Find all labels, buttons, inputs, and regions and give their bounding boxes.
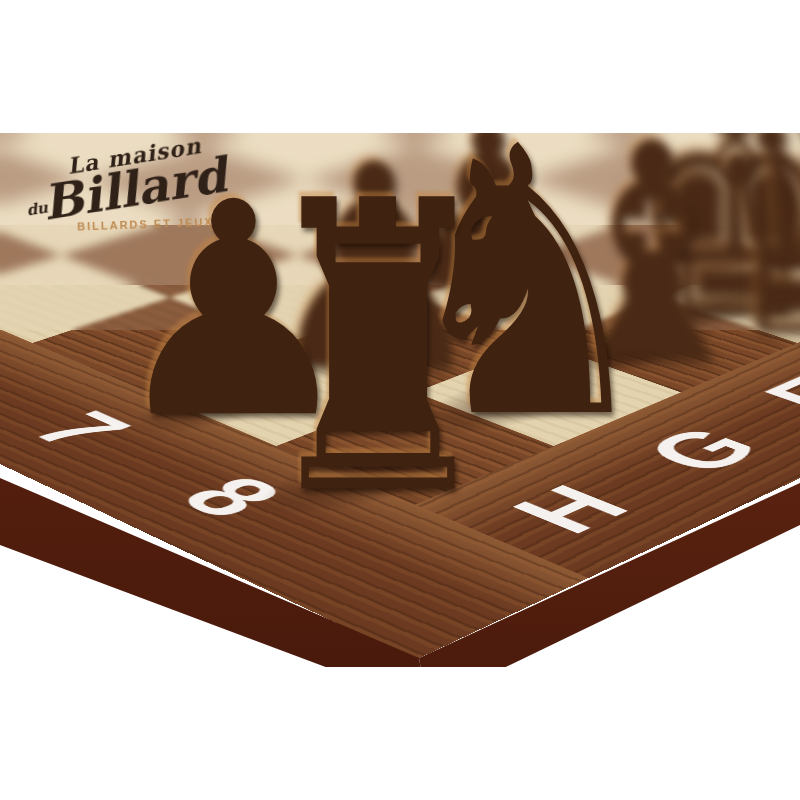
product-photo: 78HGF ♟♜♞♟♟♝♚♛ La maison du Billard BILL… <box>0 133 800 667</box>
product-image-canvas: 78HGF ♟♜♞♟♟♝♚♛ La maison du Billard BILL… <box>0 0 800 800</box>
